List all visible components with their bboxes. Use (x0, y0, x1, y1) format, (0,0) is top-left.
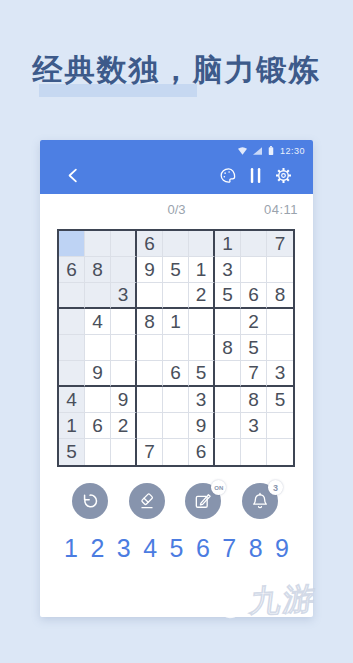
sudoku-cell-r1c1[interactable] (59, 231, 85, 257)
sudoku-cell-r9c5[interactable] (163, 439, 189, 465)
sudoku-cell-r7c3[interactable]: 9 (111, 387, 137, 413)
notes-pencil-button[interactable]: ON (185, 483, 221, 519)
sudoku-board: 61768951332568481285965734938516293576 (57, 229, 295, 467)
numpad-key-3[interactable]: 3 (117, 536, 131, 561)
numpad-key-6[interactable]: 6 (196, 536, 210, 561)
back-button[interactable] (64, 166, 83, 185)
sudoku-cell-r2c4[interactable]: 9 (137, 257, 163, 283)
sudoku-cell-r6c4[interactable] (137, 361, 163, 387)
sudoku-cell-r8c8[interactable]: 3 (241, 413, 267, 439)
numpad-key-2[interactable]: 2 (90, 536, 104, 561)
sudoku-cell-r9c8[interactable] (241, 439, 267, 465)
sudoku-cell-r5c1[interactable] (59, 335, 85, 361)
signal-icon (253, 147, 262, 155)
sudoku-cell-r5c7[interactable]: 8 (215, 335, 241, 361)
sudoku-cell-r3c7[interactable]: 5 (215, 283, 241, 309)
sudoku-cell-r2c5[interactable]: 5 (163, 257, 189, 283)
page-title-block: 经典数独，脑力锻炼 (0, 50, 353, 91)
sudoku-cell-r2c1[interactable]: 6 (59, 257, 85, 283)
undo-button[interactable] (72, 483, 108, 519)
sudoku-cell-r3c4[interactable] (137, 283, 163, 309)
sudoku-cell-r8c9[interactable] (267, 413, 293, 439)
sudoku-cell-r1c6[interactable] (189, 231, 215, 257)
sudoku-cell-r5c5[interactable] (163, 335, 189, 361)
sudoku-cell-r4c6[interactable] (189, 309, 215, 335)
sudoku-cell-r7c5[interactable] (163, 387, 189, 413)
nav-bar (40, 157, 313, 194)
sudoku-cell-r2c8[interactable] (241, 257, 267, 283)
sudoku-cell-r6c8[interactable]: 7 (241, 361, 267, 387)
sudoku-cell-r4c4[interactable]: 8 (137, 309, 163, 335)
numpad-key-1[interactable]: 1 (64, 536, 78, 561)
battery-icon (268, 146, 274, 155)
sudoku-cell-r9c3[interactable] (111, 439, 137, 465)
toolbar: ON 3 (40, 483, 313, 519)
sudoku-cell-r9c4[interactable]: 7 (137, 439, 163, 465)
sudoku-cell-r2c9[interactable] (267, 257, 293, 283)
sudoku-cell-r5c4[interactable] (137, 335, 163, 361)
sudoku-cell-r8c4[interactable] (137, 413, 163, 439)
sudoku-cell-r9c9[interactable] (267, 439, 293, 465)
sudoku-cell-r6c7[interactable] (215, 361, 241, 387)
sudoku-cell-r8c5[interactable] (163, 413, 189, 439)
game-timer: 04:11 (264, 202, 298, 217)
sudoku-cell-r9c6[interactable]: 6 (189, 439, 215, 465)
sudoku-cell-r9c7[interactable] (215, 439, 241, 465)
sudoku-cell-r3c2[interactable] (85, 283, 111, 309)
number-pad: 123456789 (40, 536, 313, 561)
game-info-row: 0/3 04:11 (40, 198, 313, 222)
sudoku-cell-r3c3[interactable]: 3 (111, 283, 137, 309)
sudoku-cell-r6c6[interactable]: 5 (189, 361, 215, 387)
hint-count-badge: 3 (268, 480, 283, 495)
sudoku-cell-r3c5[interactable] (163, 283, 189, 309)
sudoku-cell-r8c6[interactable]: 9 (189, 413, 215, 439)
sudoku-cell-r8c1[interactable]: 1 (59, 413, 85, 439)
sudoku-cell-r4c3[interactable] (111, 309, 137, 335)
sudoku-cell-r5c9[interactable] (267, 335, 293, 361)
status-time: 12:30 (280, 146, 305, 156)
app-card: 12:30 (40, 140, 313, 617)
sudoku-cell-r5c3[interactable] (111, 335, 137, 361)
sudoku-cell-r2c2[interactable]: 8 (85, 257, 111, 283)
sudoku-cell-r4c8[interactable]: 2 (241, 309, 267, 335)
sudoku-cell-r5c8[interactable]: 5 (241, 335, 267, 361)
sudoku-cell-r4c2[interactable]: 4 (85, 309, 111, 335)
sudoku-cell-r8c7[interactable] (215, 413, 241, 439)
sudoku-cell-r7c2[interactable] (85, 387, 111, 413)
sudoku-cell-r2c7[interactable]: 3 (215, 257, 241, 283)
numpad-key-4[interactable]: 4 (143, 536, 157, 561)
sudoku-cell-r6c5[interactable]: 6 (163, 361, 189, 387)
sudoku-cell-r6c3[interactable] (111, 361, 137, 387)
status-bar: 12:30 (40, 140, 313, 157)
sudoku-cell-r4c5[interactable]: 1 (163, 309, 189, 335)
sudoku-cell-r6c1[interactable] (59, 361, 85, 387)
sudoku-cell-r7c8[interactable]: 8 (241, 387, 267, 413)
sudoku-cell-r3c8[interactable]: 6 (241, 283, 267, 309)
sudoku-cell-r1c3[interactable] (111, 231, 137, 257)
sudoku-cell-r3c1[interactable] (59, 283, 85, 309)
wifi-icon (238, 147, 247, 155)
sudoku-cell-r1c2[interactable] (85, 231, 111, 257)
sudoku-cell-r6c2[interactable]: 9 (85, 361, 111, 387)
sudoku-cell-r2c6[interactable]: 1 (189, 257, 215, 283)
sudoku-cell-r1c5[interactable] (163, 231, 189, 257)
eraser-button[interactable] (129, 483, 165, 519)
sudoku-cell-r1c4[interactable]: 6 (137, 231, 163, 257)
app-header: 12:30 (40, 140, 313, 194)
sudoku-cell-r1c8[interactable] (241, 231, 267, 257)
sudoku-cell-r7c6[interactable]: 3 (189, 387, 215, 413)
notes-on-badge: ON (211, 480, 226, 495)
numpad-key-8[interactable]: 8 (249, 536, 263, 561)
sudoku-cell-r7c7[interactable] (215, 387, 241, 413)
numpad-key-9[interactable]: 9 (275, 536, 289, 561)
sudoku-cell-r7c1[interactable]: 4 (59, 387, 85, 413)
sudoku-cell-r6c9[interactable]: 3 (267, 361, 293, 387)
page-title: 经典数独，脑力锻炼 (0, 50, 353, 91)
numpad-key-7[interactable]: 7 (222, 536, 236, 561)
sudoku-cell-r4c1[interactable] (59, 309, 85, 335)
sudoku-cell-r1c7[interactable]: 1 (215, 231, 241, 257)
sudoku-cell-r5c6[interactable] (189, 335, 215, 361)
sudoku-cell-r4c9[interactable] (267, 309, 293, 335)
sudoku-cell-r9c1[interactable]: 5 (59, 439, 85, 465)
sudoku-cell-r7c9[interactable]: 5 (267, 387, 293, 413)
sudoku-cell-r8c3[interactable]: 2 (111, 413, 137, 439)
pause-button[interactable] (246, 166, 265, 185)
numpad-key-5[interactable]: 5 (170, 536, 184, 561)
settings-gear-icon[interactable] (274, 166, 293, 185)
theme-palette-button[interactable] (218, 166, 237, 185)
hint-bell-button[interactable]: 3 (242, 483, 278, 519)
sudoku-cell-r8c2[interactable]: 6 (85, 413, 111, 439)
sudoku-cell-r4c7[interactable] (215, 309, 241, 335)
sudoku-cell-r1c9[interactable]: 7 (267, 231, 293, 257)
sudoku-cell-r3c9[interactable]: 8 (267, 283, 293, 309)
sudoku-cell-r2c3[interactable] (111, 257, 137, 283)
sudoku-cell-r3c6[interactable]: 2 (189, 283, 215, 309)
sudoku-cell-r9c2[interactable] (85, 439, 111, 465)
sudoku-cell-r5c2[interactable] (85, 335, 111, 361)
sudoku-cell-r7c4[interactable] (137, 387, 163, 413)
